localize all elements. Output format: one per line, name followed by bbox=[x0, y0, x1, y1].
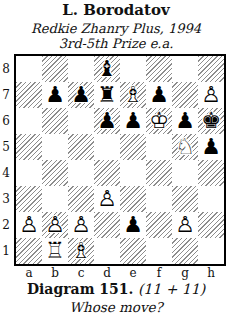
file-label-f: f bbox=[146, 266, 172, 280]
file-label-a: a bbox=[16, 266, 42, 280]
square-a6[interactable] bbox=[16, 108, 42, 134]
square-b3[interactable] bbox=[42, 186, 68, 212]
square-b6[interactable] bbox=[42, 108, 68, 134]
material-count: (11 + 11) bbox=[138, 281, 205, 297]
square-d3[interactable]: ♟♙ bbox=[94, 186, 120, 212]
square-d8[interactable]: ♝ bbox=[94, 56, 120, 82]
black-pawn-e2: ♟ bbox=[120, 212, 146, 238]
file-label-h: h bbox=[198, 266, 224, 280]
rank-label-5: 5 bbox=[0, 134, 14, 160]
stipulation: Whose move? bbox=[0, 299, 232, 315]
square-g3[interactable] bbox=[172, 186, 198, 212]
square-c1[interactable]: ♝♗ bbox=[68, 238, 94, 264]
white-pawn-h7-fill: ♟ bbox=[198, 82, 224, 108]
square-g1[interactable] bbox=[172, 238, 198, 264]
diagram-caption: Diagram 151. (11 + 11) Whose move? bbox=[0, 281, 232, 315]
square-e2[interactable]: ♟ bbox=[120, 212, 146, 238]
square-a1[interactable] bbox=[16, 238, 42, 264]
square-f7[interactable]: ♟ bbox=[146, 82, 172, 108]
square-f5[interactable] bbox=[146, 134, 172, 160]
square-e7[interactable]: ♝♗ bbox=[120, 82, 146, 108]
white-rook-b1: ♖ bbox=[42, 238, 68, 264]
square-a7[interactable] bbox=[16, 82, 42, 108]
square-g4[interactable] bbox=[172, 160, 198, 186]
white-pawn-b2: ♙ bbox=[42, 212, 68, 238]
square-f3[interactable] bbox=[146, 186, 172, 212]
square-a4[interactable] bbox=[16, 160, 42, 186]
white-bishop-e7: ♗ bbox=[120, 82, 146, 108]
black-pawn-f7: ♟ bbox=[146, 82, 172, 108]
white-knight-g5: ♘ bbox=[172, 134, 198, 160]
square-d2[interactable] bbox=[94, 212, 120, 238]
square-e8[interactable] bbox=[120, 56, 146, 82]
white-pawn-c2: ♙ bbox=[68, 212, 94, 238]
square-a8[interactable] bbox=[16, 56, 42, 82]
square-e3[interactable] bbox=[120, 186, 146, 212]
white-pawn-a2-fill: ♟ bbox=[16, 212, 42, 238]
white-pawn-g2-fill: ♟ bbox=[172, 212, 198, 238]
square-d6[interactable]: ♟ bbox=[94, 108, 120, 134]
rank-label-7: 7 bbox=[0, 82, 14, 108]
white-pawn-c2-fill: ♟ bbox=[68, 212, 94, 238]
file-label-b: b bbox=[42, 266, 68, 280]
square-c5[interactable] bbox=[68, 134, 94, 160]
square-g5[interactable]: ♞♘ bbox=[172, 134, 198, 160]
square-h2[interactable] bbox=[198, 212, 224, 238]
square-f2[interactable] bbox=[146, 212, 172, 238]
square-c2[interactable]: ♟♙ bbox=[68, 212, 94, 238]
prize-line: 3rd-5th Prize e.a. bbox=[0, 36, 232, 51]
square-h4[interactable] bbox=[198, 160, 224, 186]
square-g7[interactable] bbox=[172, 82, 198, 108]
square-b8[interactable] bbox=[42, 56, 68, 82]
black-pawn-b7: ♟ bbox=[42, 82, 68, 108]
file-label-c: c bbox=[68, 266, 94, 280]
square-b7[interactable]: ♟ bbox=[42, 82, 68, 108]
black-bishop-d8: ♝ bbox=[94, 56, 120, 82]
black-pawn-g6: ♟ bbox=[172, 108, 198, 134]
board: ♝♟♟♜♝♗♟♟♙♟♟♚♔♟♚♞♘♟♟♙♟♙♟♙♟♙♟♟♙♜♖♝♗ bbox=[14, 54, 226, 266]
white-pawn-g2: ♙ bbox=[172, 212, 198, 238]
square-a3[interactable] bbox=[16, 186, 42, 212]
square-f4[interactable] bbox=[146, 160, 172, 186]
white-pawn-a2: ♙ bbox=[16, 212, 42, 238]
diagram-header: L. Borodatov Redkie Zhanry Plus, 1994 3r… bbox=[0, 2, 232, 51]
chess-diagram-page: L. Borodatov Redkie Zhanry Plus, 1994 3r… bbox=[0, 0, 232, 321]
square-h8[interactable] bbox=[198, 56, 224, 82]
rank-label-2: 2 bbox=[0, 212, 14, 238]
square-h1[interactable] bbox=[198, 238, 224, 264]
black-pawn-c7: ♟ bbox=[68, 82, 94, 108]
square-c7[interactable]: ♟ bbox=[68, 82, 94, 108]
white-king-f6: ♔ bbox=[146, 108, 172, 134]
rank-labels: 87654321 bbox=[0, 54, 14, 266]
square-b2[interactable]: ♟♙ bbox=[42, 212, 68, 238]
square-h7[interactable]: ♟♙ bbox=[198, 82, 224, 108]
square-c3[interactable] bbox=[68, 186, 94, 212]
square-g8[interactable] bbox=[172, 56, 198, 82]
white-pawn-d3: ♙ bbox=[94, 186, 120, 212]
square-d5[interactable] bbox=[94, 134, 120, 160]
caption-line: Diagram 151. (11 + 11) bbox=[0, 281, 232, 298]
square-a5[interactable] bbox=[16, 134, 42, 160]
diagram-number: Diagram 151. bbox=[27, 281, 134, 297]
square-h3[interactable] bbox=[198, 186, 224, 212]
white-bishop-e7-fill: ♝ bbox=[120, 82, 146, 108]
rank-label-8: 8 bbox=[0, 56, 14, 82]
black-pawn-d6: ♟ bbox=[94, 108, 120, 134]
white-bishop-c1-fill: ♝ bbox=[68, 238, 94, 264]
square-b4[interactable] bbox=[42, 160, 68, 186]
black-king-h6: ♚ bbox=[198, 108, 224, 134]
square-e5[interactable] bbox=[120, 134, 146, 160]
rank-label-1: 1 bbox=[0, 238, 14, 264]
rank-label-3: 3 bbox=[0, 186, 14, 212]
square-e1[interactable] bbox=[120, 238, 146, 264]
white-pawn-h7: ♙ bbox=[198, 82, 224, 108]
square-g2[interactable]: ♟♙ bbox=[172, 212, 198, 238]
square-d7[interactable]: ♜ bbox=[94, 82, 120, 108]
black-rook-d7: ♜ bbox=[94, 82, 120, 108]
square-b5[interactable] bbox=[42, 134, 68, 160]
black-pawn-h5: ♟ bbox=[198, 134, 224, 160]
file-label-d: d bbox=[94, 266, 120, 280]
square-d1[interactable] bbox=[94, 238, 120, 264]
file-label-e: e bbox=[120, 266, 146, 280]
file-labels: abcdefgh bbox=[14, 266, 226, 280]
white-bishop-c1: ♗ bbox=[68, 238, 94, 264]
square-f6[interactable]: ♚♔ bbox=[146, 108, 172, 134]
white-king-f6-fill: ♚ bbox=[146, 108, 172, 134]
square-c8[interactable] bbox=[68, 56, 94, 82]
square-d4[interactable] bbox=[94, 160, 120, 186]
square-c4[interactable] bbox=[68, 160, 94, 186]
white-knight-g5-fill: ♞ bbox=[172, 134, 198, 160]
black-pawn-e6: ♟ bbox=[120, 108, 146, 134]
board-area: 87654321 ♝♟♟♜♝♗♟♟♙♟♟♚♔♟♚♞♘♟♟♙♟♙♟♙♟♙♟♟♙♜♖… bbox=[0, 54, 232, 280]
square-f1[interactable] bbox=[146, 238, 172, 264]
square-g6[interactable]: ♟ bbox=[172, 108, 198, 134]
white-rook-b1-fill: ♜ bbox=[42, 238, 68, 264]
square-f8[interactable] bbox=[146, 56, 172, 82]
square-b1[interactable]: ♜♖ bbox=[42, 238, 68, 264]
white-pawn-d3-fill: ♟ bbox=[94, 186, 120, 212]
rank-label-4: 4 bbox=[0, 160, 14, 186]
square-e6[interactable]: ♟ bbox=[120, 108, 146, 134]
square-e4[interactable] bbox=[120, 160, 146, 186]
square-h5[interactable]: ♟ bbox=[198, 134, 224, 160]
square-h6[interactable]: ♚ bbox=[198, 108, 224, 134]
source-line: Redkie Zhanry Plus, 1994 bbox=[0, 21, 232, 36]
file-label-g: g bbox=[172, 266, 198, 280]
square-a2[interactable]: ♟♙ bbox=[16, 212, 42, 238]
square-c6[interactable] bbox=[68, 108, 94, 134]
composer-name: L. Borodatov bbox=[0, 2, 232, 20]
rank-label-6: 6 bbox=[0, 108, 14, 134]
white-pawn-b2-fill: ♟ bbox=[42, 212, 68, 238]
